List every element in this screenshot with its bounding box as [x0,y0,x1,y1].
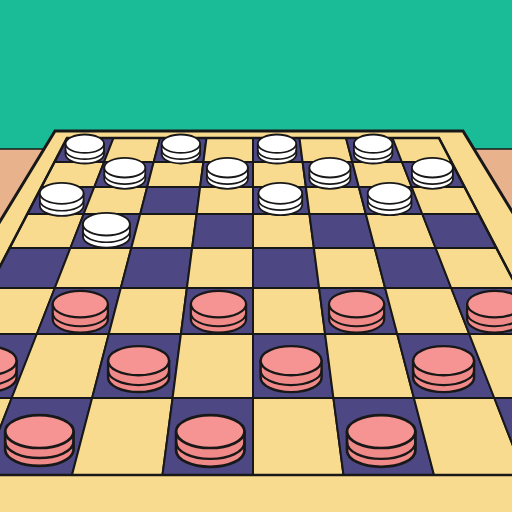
piece-top [347,415,415,448]
piece-top [191,291,246,318]
piece-top [329,291,384,318]
square-r7c4-light [173,334,253,398]
piece-top [53,291,108,318]
square-r3c4-light [197,187,253,214]
square-r3c2-light [84,187,148,214]
piece-top [413,346,474,375]
square-r4c5-light [253,214,314,248]
square-r5c4-light [187,248,253,288]
square-r2c3-light [147,162,203,187]
piece-top [261,346,322,375]
square-r4c6-dark[interactable] [309,214,374,248]
piece-red-r6c4[interactable] [191,291,246,333]
square-r3c6-light [306,187,366,214]
piece-top [467,291,512,318]
square-r5c5-dark[interactable] [253,248,319,288]
background-sky [0,0,512,149]
square-r5c6-light [314,248,385,288]
piece-top [66,135,104,153]
piece-top [368,183,412,204]
piece-top [354,135,392,153]
piece-top [162,135,200,153]
piece-white-r3c7[interactable] [368,183,412,215]
piece-white-r1c5[interactable] [258,135,297,164]
scene [0,0,512,512]
piece-red-r7c7[interactable] [413,346,474,392]
piece-top [104,158,145,178]
piece-white-r1c7[interactable] [354,135,393,164]
piece-red-r6c6[interactable] [329,291,384,333]
piece-white-r3c5[interactable] [258,183,302,215]
piece-white-r1c3[interactable] [162,135,200,164]
piece-red-r8c2[interactable] [5,415,73,466]
piece-white-r2c6[interactable] [309,158,350,189]
square-r5c3-dark[interactable] [121,248,192,288]
piece-red-r7c5[interactable] [261,346,322,392]
piece-red-r7c3[interactable] [108,346,169,392]
piece-white-r2c8[interactable] [412,158,453,189]
piece-red-r6c2[interactable] [53,291,108,333]
square-r4c3-light [131,214,196,248]
piece-white-r3c1[interactable] [40,183,84,216]
piece-red-r6c8[interactable] [467,291,512,333]
piece-top [258,183,302,204]
piece-top [207,158,248,178]
piece-red-r8c6[interactable] [347,415,415,467]
square-r8c5-light [253,398,344,475]
piece-red-r8c4[interactable] [176,415,244,467]
square-r3c3-dark[interactable] [140,187,200,214]
piece-top [176,415,244,448]
piece-top [5,415,73,448]
piece-top [40,183,84,204]
piece-top [258,135,296,153]
piece-white-r2c2[interactable] [104,158,145,189]
square-r6c3-light [109,288,187,334]
checkers-illustration [0,0,512,512]
piece-white-r4c2[interactable] [83,213,130,248]
square-r6c5-light [253,288,325,334]
piece-top [412,158,453,178]
square-r4c4-dark[interactable] [192,214,253,248]
piece-top [309,158,350,178]
piece-white-r2c4[interactable] [207,158,248,189]
piece-white-r1c1[interactable] [66,135,105,164]
piece-top [83,213,130,236]
piece-top [108,346,169,375]
